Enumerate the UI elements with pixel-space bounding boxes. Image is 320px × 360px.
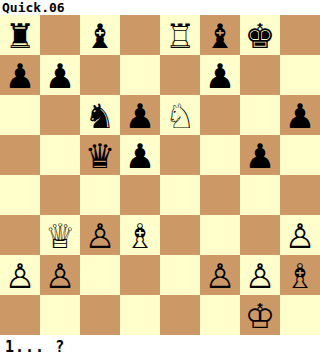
black-pawn[interactable]: ♟ bbox=[125, 136, 155, 175]
chess-puzzle-app: Quick.06 ♜♝♖♝♚♟♟♟♞♟♘♟♛♟♟♕♙♗♙♙♙♙♙♗♔ 1... … bbox=[0, 0, 320, 360]
white-pawn[interactable]: ♙ bbox=[45, 256, 75, 295]
square-e2[interactable] bbox=[160, 255, 200, 295]
square-e1[interactable] bbox=[160, 295, 200, 335]
white-pawn[interactable]: ♙ bbox=[285, 216, 315, 255]
square-f2[interactable]: ♙ bbox=[200, 255, 240, 295]
square-b4[interactable] bbox=[40, 175, 80, 215]
white-queen[interactable]: ♕ bbox=[45, 216, 75, 255]
square-h6[interactable]: ♟ bbox=[280, 95, 320, 135]
square-c4[interactable] bbox=[80, 175, 120, 215]
square-a2[interactable]: ♙ bbox=[0, 255, 40, 295]
square-e7[interactable] bbox=[160, 55, 200, 95]
black-pawn[interactable]: ♟ bbox=[245, 136, 275, 175]
square-h8[interactable] bbox=[280, 15, 320, 55]
white-pawn[interactable]: ♙ bbox=[245, 256, 275, 295]
square-c5[interactable]: ♛ bbox=[80, 135, 120, 175]
square-f4[interactable] bbox=[200, 175, 240, 215]
square-g4[interactable] bbox=[240, 175, 280, 215]
square-b5[interactable] bbox=[40, 135, 80, 175]
square-g8[interactable]: ♚ bbox=[240, 15, 280, 55]
square-a6[interactable] bbox=[0, 95, 40, 135]
square-a8[interactable]: ♜ bbox=[0, 15, 40, 55]
square-c8[interactable]: ♝ bbox=[80, 15, 120, 55]
white-rook[interactable]: ♖ bbox=[165, 16, 195, 55]
square-f8[interactable]: ♝ bbox=[200, 15, 240, 55]
black-queen[interactable]: ♛ bbox=[85, 136, 115, 175]
black-king[interactable]: ♚ bbox=[245, 16, 275, 55]
white-knight[interactable]: ♘ bbox=[165, 96, 195, 135]
square-d8[interactable] bbox=[120, 15, 160, 55]
square-f5[interactable] bbox=[200, 135, 240, 175]
square-e3[interactable] bbox=[160, 215, 200, 255]
square-c2[interactable] bbox=[80, 255, 120, 295]
square-d4[interactable] bbox=[120, 175, 160, 215]
square-c6[interactable]: ♞ bbox=[80, 95, 120, 135]
square-f3[interactable] bbox=[200, 215, 240, 255]
chess-board: ♜♝♖♝♚♟♟♟♞♟♘♟♛♟♟♕♙♗♙♙♙♙♙♗♔ bbox=[0, 15, 320, 335]
square-b3[interactable]: ♕ bbox=[40, 215, 80, 255]
square-b6[interactable] bbox=[40, 95, 80, 135]
black-pawn[interactable]: ♟ bbox=[45, 56, 75, 95]
square-g1[interactable]: ♔ bbox=[240, 295, 280, 335]
white-pawn[interactable]: ♙ bbox=[205, 256, 235, 295]
square-g5[interactable]: ♟ bbox=[240, 135, 280, 175]
square-b2[interactable]: ♙ bbox=[40, 255, 80, 295]
black-pawn[interactable]: ♟ bbox=[285, 96, 315, 135]
square-e6[interactable]: ♘ bbox=[160, 95, 200, 135]
square-e5[interactable] bbox=[160, 135, 200, 175]
puzzle-title: Quick.06 bbox=[0, 0, 320, 15]
square-d5[interactable]: ♟ bbox=[120, 135, 160, 175]
square-g6[interactable] bbox=[240, 95, 280, 135]
black-pawn[interactable]: ♟ bbox=[5, 56, 35, 95]
black-bishop[interactable]: ♝ bbox=[205, 16, 235, 55]
square-g2[interactable]: ♙ bbox=[240, 255, 280, 295]
square-h1[interactable] bbox=[280, 295, 320, 335]
black-pawn[interactable]: ♟ bbox=[205, 56, 235, 95]
square-d6[interactable]: ♟ bbox=[120, 95, 160, 135]
black-rook[interactable]: ♜ bbox=[5, 16, 35, 55]
square-d2[interactable] bbox=[120, 255, 160, 295]
square-d3[interactable]: ♗ bbox=[120, 215, 160, 255]
square-h4[interactable] bbox=[280, 175, 320, 215]
square-e8[interactable]: ♖ bbox=[160, 15, 200, 55]
square-a5[interactable] bbox=[0, 135, 40, 175]
square-f7[interactable]: ♟ bbox=[200, 55, 240, 95]
square-b8[interactable] bbox=[40, 15, 80, 55]
square-a1[interactable] bbox=[0, 295, 40, 335]
square-a4[interactable] bbox=[0, 175, 40, 215]
white-king[interactable]: ♔ bbox=[245, 296, 275, 335]
square-c1[interactable] bbox=[80, 295, 120, 335]
square-a7[interactable]: ♟ bbox=[0, 55, 40, 95]
square-g7[interactable] bbox=[240, 55, 280, 95]
square-h3[interactable]: ♙ bbox=[280, 215, 320, 255]
square-h5[interactable] bbox=[280, 135, 320, 175]
square-a3[interactable] bbox=[0, 215, 40, 255]
white-bishop[interactable]: ♗ bbox=[285, 256, 315, 295]
black-pawn[interactable]: ♟ bbox=[125, 96, 155, 135]
square-h7[interactable] bbox=[280, 55, 320, 95]
square-h2[interactable]: ♗ bbox=[280, 255, 320, 295]
move-prompt: 1... ? bbox=[0, 335, 320, 360]
square-c3[interactable]: ♙ bbox=[80, 215, 120, 255]
square-g3[interactable] bbox=[240, 215, 280, 255]
square-b7[interactable]: ♟ bbox=[40, 55, 80, 95]
white-bishop[interactable]: ♗ bbox=[125, 216, 155, 255]
square-d7[interactable] bbox=[120, 55, 160, 95]
black-knight[interactable]: ♞ bbox=[85, 96, 115, 135]
square-d1[interactable] bbox=[120, 295, 160, 335]
white-pawn[interactable]: ♙ bbox=[85, 216, 115, 255]
square-f6[interactable] bbox=[200, 95, 240, 135]
white-pawn[interactable]: ♙ bbox=[5, 256, 35, 295]
square-c7[interactable] bbox=[80, 55, 120, 95]
square-f1[interactable] bbox=[200, 295, 240, 335]
square-b1[interactable] bbox=[40, 295, 80, 335]
square-e4[interactable] bbox=[160, 175, 200, 215]
black-bishop[interactable]: ♝ bbox=[85, 16, 115, 55]
